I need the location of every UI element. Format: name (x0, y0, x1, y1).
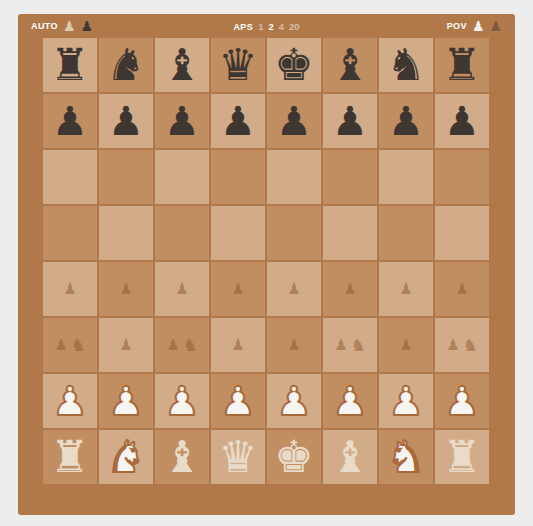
white-knight[interactable]: ♞ (386, 435, 425, 479)
hint-pawn-icon: ♟ (287, 282, 300, 297)
square-g5[interactable] (379, 206, 433, 260)
square-h8[interactable]: ♜ (435, 38, 489, 92)
hint-knight-icon: ♞ (183, 337, 198, 354)
move-hint: ♟♞ (54, 337, 86, 354)
square-b4[interactable]: ♟ (99, 262, 153, 316)
square-c4[interactable]: ♟ (155, 262, 209, 316)
hint-pawn-icon: ♟ (399, 338, 412, 353)
square-e6[interactable] (267, 150, 321, 204)
auto-controls: AUTO ♟ ♟ (31, 19, 93, 33)
hint-pawn-icon: ♟ (54, 338, 67, 353)
square-c8[interactable]: ♝ (155, 38, 209, 92)
square-d5[interactable] (211, 206, 265, 260)
white-king[interactable]: ♚ (274, 435, 313, 479)
move-hint: ♟ (287, 282, 300, 297)
hint-pawn-icon: ♟ (446, 338, 459, 353)
hint-pawn-icon: ♟ (334, 338, 347, 353)
move-hint: ♟♞ (446, 337, 478, 354)
hint-knight-icon: ♞ (351, 337, 366, 354)
black-pawn[interactable]: ♟ (52, 101, 88, 141)
pov-black-pawn-icon[interactable]: ♟ (489, 19, 502, 33)
square-e4[interactable]: ♟ (267, 262, 321, 316)
black-pawn[interactable]: ♟ (332, 101, 368, 141)
black-pawn[interactable]: ♟ (164, 101, 200, 141)
auto-white-pawn-icon[interactable]: ♟ (63, 19, 76, 33)
aps-label: APS (233, 21, 253, 31)
square-b6[interactable] (99, 150, 153, 204)
white-pawn[interactable]: ♟ (52, 381, 88, 421)
white-pawn[interactable]: ♟ (220, 381, 256, 421)
hint-pawn-icon: ♟ (119, 282, 132, 297)
white-pawn[interactable]: ♟ (332, 381, 368, 421)
aps-controls: APS 12420 (233, 21, 299, 32)
aps-option-2[interactable]: 2 (268, 21, 273, 32)
move-hint: ♟ (287, 338, 300, 353)
move-hint: ♟ (175, 282, 188, 297)
square-e5[interactable] (267, 206, 321, 260)
move-hint: ♟♞ (334, 337, 366, 354)
square-f4[interactable]: ♟ (323, 262, 377, 316)
hint-pawn-icon: ♟ (455, 282, 468, 297)
move-hint: ♟ (343, 282, 356, 297)
chess-board: ♜♞♝♛♚♝♞♜♟♟♟♟♟♟♟♟♟♟♟♟♟♟♟♟♟♞♟♟♞♟♟♟♞♟♟♞♟♟♟♟… (43, 38, 489, 484)
black-knight[interactable]: ♞ (386, 43, 425, 87)
square-f7[interactable]: ♟ (323, 94, 377, 148)
white-pawn[interactable]: ♟ (164, 381, 200, 421)
square-e3[interactable]: ♟ (267, 318, 321, 372)
white-pawn[interactable]: ♟ (108, 381, 144, 421)
square-b8[interactable]: ♞ (99, 38, 153, 92)
aps-option-4[interactable]: 4 (279, 21, 284, 32)
square-f2[interactable]: ♟ (323, 374, 377, 428)
square-c5[interactable] (155, 206, 209, 260)
move-hint: ♟ (231, 338, 244, 353)
black-pawn[interactable]: ♟ (388, 101, 424, 141)
square-e2[interactable]: ♟ (267, 374, 321, 428)
white-knight[interactable]: ♞ (106, 435, 145, 479)
square-d6[interactable] (211, 150, 265, 204)
square-f8[interactable]: ♝ (323, 38, 377, 92)
pov-white-pawn-icon[interactable]: ♟ (472, 19, 485, 33)
square-h5[interactable] (435, 206, 489, 260)
hint-pawn-icon: ♟ (231, 282, 244, 297)
square-b3[interactable]: ♟ (99, 318, 153, 372)
black-pawn[interactable]: ♟ (276, 101, 312, 141)
hint-pawn-icon: ♟ (231, 338, 244, 353)
hint-pawn-icon: ♟ (166, 338, 179, 353)
move-hint: ♟ (119, 338, 132, 353)
square-a1[interactable]: ♜ (43, 430, 97, 484)
square-e1[interactable]: ♚ (267, 430, 321, 484)
square-g8[interactable]: ♞ (379, 38, 433, 92)
square-g1[interactable]: ♞ (379, 430, 433, 484)
hint-pawn-icon: ♟ (399, 282, 412, 297)
black-pawn[interactable]: ♟ (220, 101, 256, 141)
white-pawn[interactable]: ♟ (388, 381, 424, 421)
square-d1[interactable]: ♛ (211, 430, 265, 484)
hint-pawn-icon: ♟ (175, 282, 188, 297)
move-hint: ♟ (63, 282, 76, 297)
board-frame: AUTO ♟ ♟ APS 12420 POV ♟ ♟ ♜♞♝♛♚♝♞♜♟♟♟♟♟… (18, 14, 515, 515)
square-g2[interactable]: ♟ (379, 374, 433, 428)
top-bar: AUTO ♟ ♟ APS 12420 POV ♟ ♟ (18, 14, 515, 38)
black-bishop[interactable]: ♝ (162, 43, 201, 87)
square-a8[interactable]: ♜ (43, 38, 97, 92)
square-g3[interactable]: ♟ (379, 318, 433, 372)
square-b2[interactable]: ♟ (99, 374, 153, 428)
aps-options: 12420 (258, 21, 299, 32)
square-g4[interactable]: ♟ (379, 262, 433, 316)
square-a2[interactable]: ♟ (43, 374, 97, 428)
black-rook[interactable]: ♜ (50, 43, 89, 87)
square-h7[interactable]: ♟ (435, 94, 489, 148)
square-h3[interactable]: ♟♞ (435, 318, 489, 372)
square-a5[interactable] (43, 206, 97, 260)
square-g7[interactable]: ♟ (379, 94, 433, 148)
hint-knight-icon: ♞ (71, 337, 86, 354)
square-f5[interactable] (323, 206, 377, 260)
move-hint: ♟ (455, 282, 468, 297)
square-b7[interactable]: ♟ (99, 94, 153, 148)
white-queen[interactable]: ♛ (218, 435, 257, 479)
black-rook[interactable]: ♜ (442, 43, 481, 87)
square-h6[interactable] (435, 150, 489, 204)
square-c6[interactable] (155, 150, 209, 204)
square-c7[interactable]: ♟ (155, 94, 209, 148)
square-h4[interactable]: ♟ (435, 262, 489, 316)
square-a6[interactable] (43, 150, 97, 204)
square-c1[interactable]: ♝ (155, 430, 209, 484)
auto-label: AUTO (31, 21, 58, 31)
hint-knight-icon: ♞ (463, 337, 478, 354)
auto-black-pawn-icon[interactable]: ♟ (81, 19, 94, 33)
square-e8[interactable]: ♚ (267, 38, 321, 92)
square-d3[interactable]: ♟ (211, 318, 265, 372)
white-bishop[interactable]: ♝ (162, 435, 201, 479)
black-pawn[interactable]: ♟ (108, 101, 144, 141)
hint-pawn-icon: ♟ (287, 338, 300, 353)
move-hint: ♟ (399, 282, 412, 297)
square-b1[interactable]: ♞ (99, 430, 153, 484)
aps-option-1[interactable]: 1 (258, 21, 263, 32)
square-c2[interactable]: ♟ (155, 374, 209, 428)
square-h1[interactable]: ♜ (435, 430, 489, 484)
hint-pawn-icon: ♟ (63, 282, 76, 297)
square-b5[interactable] (99, 206, 153, 260)
move-hint: ♟ (119, 282, 132, 297)
square-d8[interactable]: ♛ (211, 38, 265, 92)
square-e7[interactable]: ♟ (267, 94, 321, 148)
square-d4[interactable]: ♟ (211, 262, 265, 316)
white-pawn[interactable]: ♟ (276, 381, 312, 421)
square-d7[interactable]: ♟ (211, 94, 265, 148)
white-bishop[interactable]: ♝ (330, 435, 369, 479)
black-king[interactable]: ♚ (274, 43, 313, 87)
square-c3[interactable]: ♟♞ (155, 318, 209, 372)
square-g6[interactable] (379, 150, 433, 204)
square-d2[interactable]: ♟ (211, 374, 265, 428)
hint-pawn-icon: ♟ (119, 338, 132, 353)
square-h2[interactable]: ♟ (435, 374, 489, 428)
move-hint: ♟♞ (166, 337, 198, 354)
square-a4[interactable]: ♟ (43, 262, 97, 316)
square-f1[interactable]: ♝ (323, 430, 377, 484)
hint-pawn-icon: ♟ (343, 282, 356, 297)
square-a3[interactable]: ♟♞ (43, 318, 97, 372)
black-pawn[interactable]: ♟ (444, 101, 480, 141)
black-knight[interactable]: ♞ (106, 43, 145, 87)
white-rook[interactable]: ♜ (442, 435, 481, 479)
black-bishop[interactable]: ♝ (330, 43, 369, 87)
black-queen[interactable]: ♛ (218, 43, 257, 87)
square-a7[interactable]: ♟ (43, 94, 97, 148)
square-f6[interactable] (323, 150, 377, 204)
white-pawn[interactable]: ♟ (444, 381, 480, 421)
pov-controls: POV ♟ ♟ (447, 19, 502, 33)
square-f3[interactable]: ♟♞ (323, 318, 377, 372)
white-rook[interactable]: ♜ (50, 435, 89, 479)
aps-option-20[interactable]: 20 (289, 21, 300, 32)
pov-label: POV (447, 21, 467, 31)
move-hint: ♟ (399, 338, 412, 353)
move-hint: ♟ (231, 282, 244, 297)
